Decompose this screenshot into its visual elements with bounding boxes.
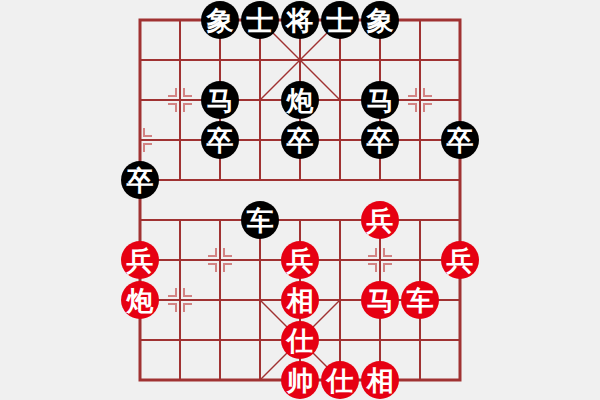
- piece-black-chariot[interactable]: 车: [241, 201, 279, 239]
- piece-black-horse[interactable]: 马: [201, 81, 239, 119]
- piece-black-soldier[interactable]: 卒: [201, 121, 239, 159]
- piece-red-general[interactable]: 帅: [281, 361, 319, 399]
- piece-black-horse[interactable]: 马: [361, 81, 399, 119]
- piece-red-soldier[interactable]: 兵: [361, 201, 399, 239]
- piece-red-horse[interactable]: 马: [361, 281, 399, 319]
- piece-black-soldier[interactable]: 卒: [441, 121, 479, 159]
- piece-red-soldier[interactable]: 兵: [281, 241, 319, 279]
- piece-black-soldier[interactable]: 卒: [281, 121, 319, 159]
- piece-black-cannon[interactable]: 炮: [281, 81, 319, 119]
- piece-black-advisor[interactable]: 士: [321, 1, 359, 39]
- piece-red-advisor[interactable]: 仕: [281, 321, 319, 359]
- board[interactable]: 象士将士象马炮马卒卒卒卒卒车兵兵兵兵炮相马车仕帅仕相: [120, 0, 480, 400]
- piece-black-elephant[interactable]: 象: [201, 1, 239, 39]
- piece-red-elephant[interactable]: 相: [361, 361, 399, 399]
- piece-red-soldier[interactable]: 兵: [121, 241, 159, 279]
- piece-black-soldier[interactable]: 卒: [121, 161, 159, 199]
- piece-black-general[interactable]: 将: [281, 1, 319, 39]
- piece-red-chariot[interactable]: 车: [401, 281, 439, 319]
- piece-black-elephant[interactable]: 象: [361, 1, 399, 39]
- piece-black-soldier[interactable]: 卒: [361, 121, 399, 159]
- piece-red-elephant[interactable]: 相: [281, 281, 319, 319]
- xiangqi-screen: 象士将士象马炮马卒卒卒卒卒车兵兵兵兵炮相马车仕帅仕相: [0, 0, 600, 400]
- piece-red-cannon[interactable]: 炮: [121, 281, 159, 319]
- piece-red-advisor[interactable]: 仕: [321, 361, 359, 399]
- piece-red-soldier[interactable]: 兵: [441, 241, 479, 279]
- piece-black-advisor[interactable]: 士: [241, 1, 279, 39]
